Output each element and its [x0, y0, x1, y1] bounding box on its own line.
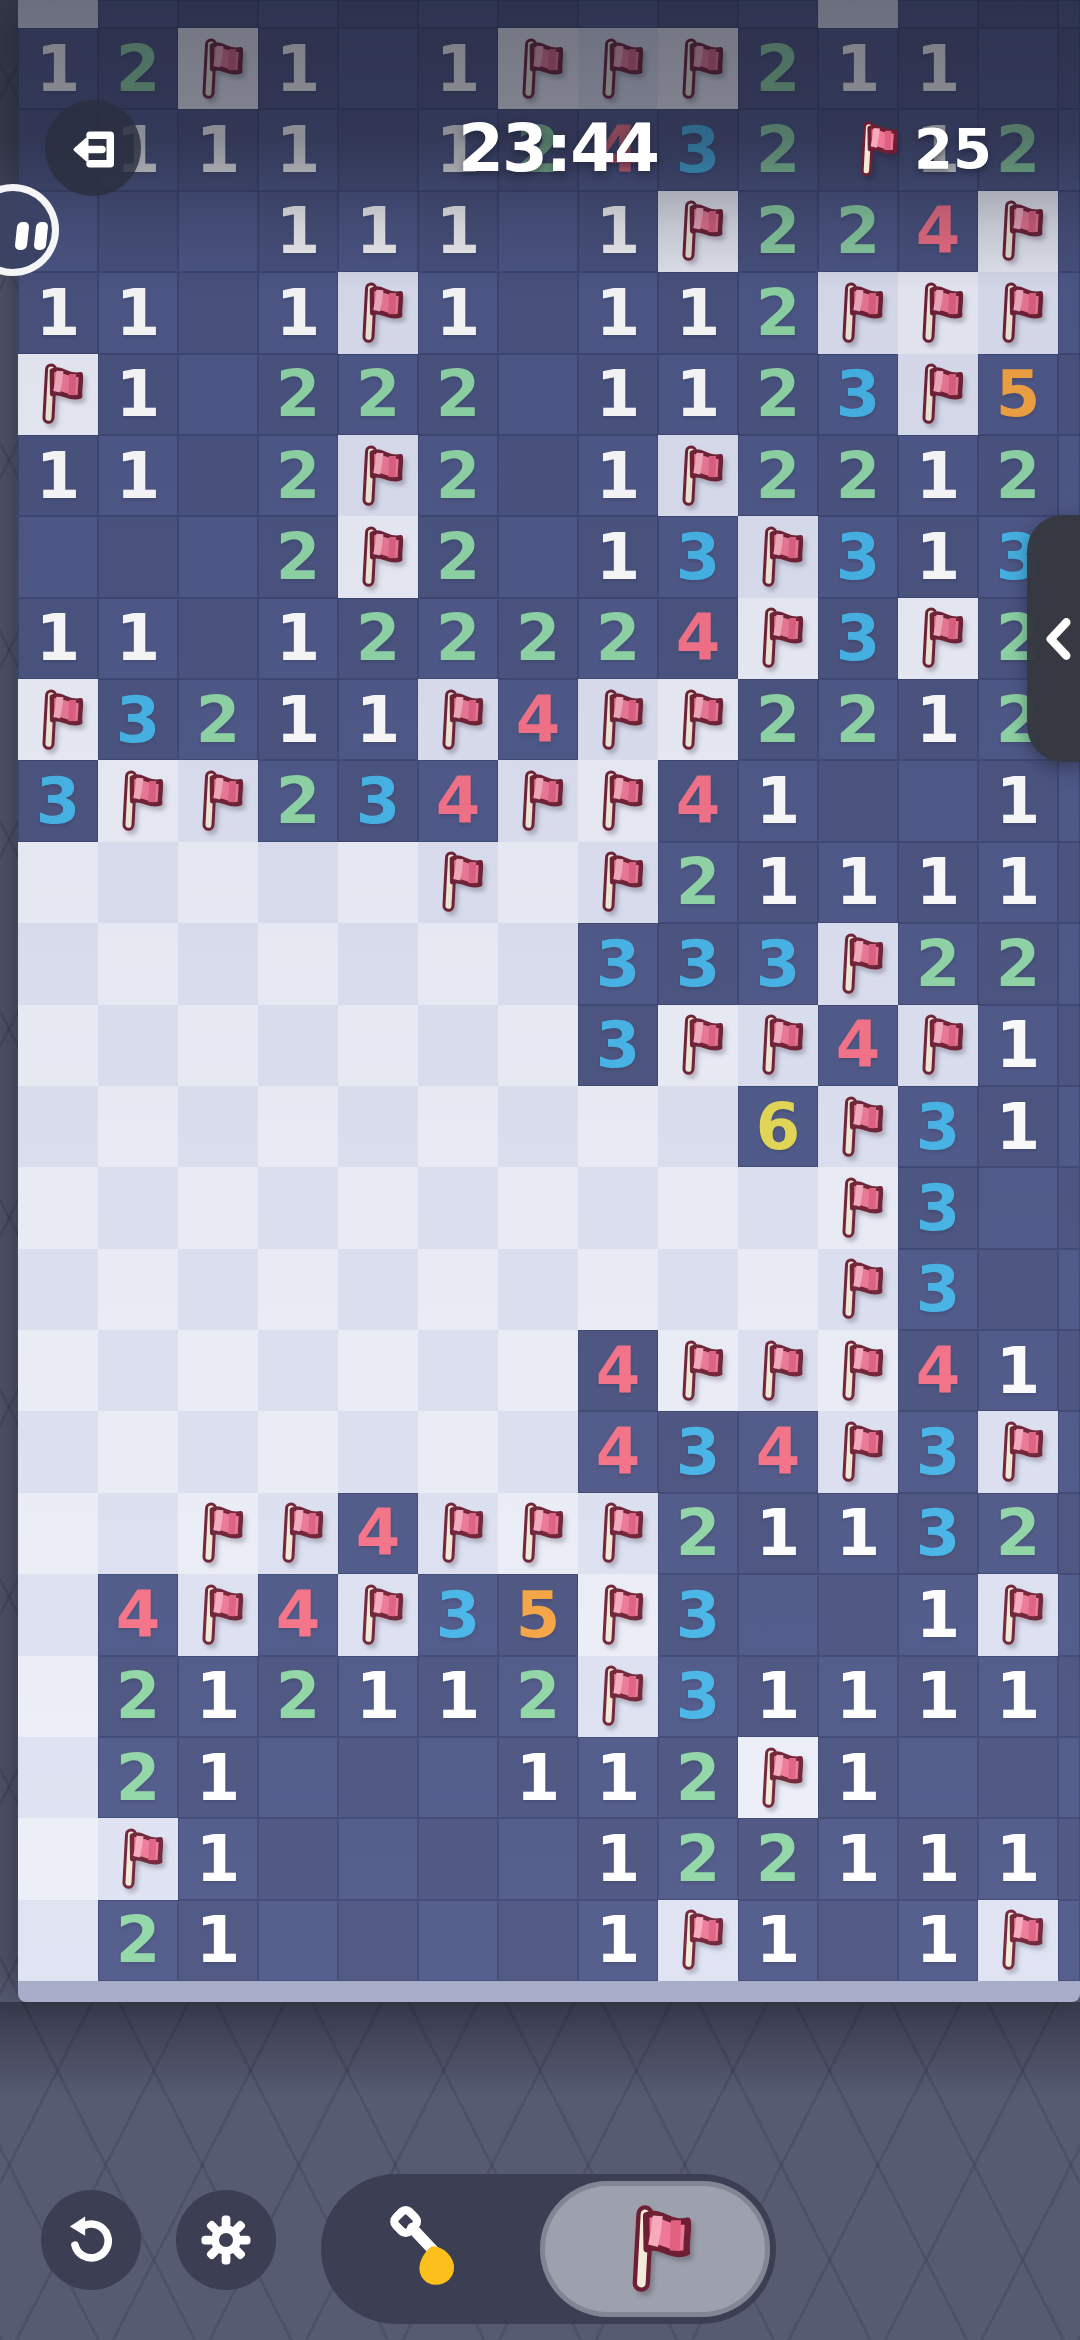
board-cell[interactable]: 3: [578, 923, 658, 1004]
board-cell[interactable]: 1: [898, 516, 978, 597]
board-cell[interactable]: [98, 1167, 178, 1248]
board-cell[interactable]: [178, 1574, 258, 1655]
board-cell[interactable]: 3: [658, 1411, 738, 1492]
board-cell[interactable]: 2: [818, 679, 898, 760]
board-cell[interactable]: [258, 1737, 338, 1818]
board-cell[interactable]: 2: [658, 1818, 738, 1899]
board-cell[interactable]: 3: [578, 1005, 658, 1086]
board-cell[interactable]: [498, 272, 578, 353]
board-cell[interactable]: [1058, 1005, 1080, 1086]
board-cell[interactable]: [338, 1818, 418, 1899]
board-cell[interactable]: [178, 28, 258, 109]
board-cell[interactable]: 1: [818, 1656, 898, 1737]
board-cell[interactable]: [738, 598, 818, 679]
board-cell[interactable]: [178, 272, 258, 353]
board-cell[interactable]: [1058, 1086, 1080, 1167]
board-cell[interactable]: [498, 1493, 578, 1574]
board-cell[interactable]: [338, 109, 418, 190]
board-cell[interactable]: [578, 760, 658, 841]
board-cell[interactable]: [1058, 1249, 1080, 1330]
board-cell[interactable]: [738, 1249, 818, 1330]
board-cell[interactable]: 2: [418, 516, 498, 597]
board-cell[interactable]: [338, 1005, 418, 1086]
board-cell[interactable]: [18, 842, 98, 923]
board-cell[interactable]: 4: [898, 191, 978, 272]
board-cell[interactable]: 1: [898, 0, 978, 28]
board-cell[interactable]: [178, 516, 258, 597]
board-cell[interactable]: [1058, 1411, 1080, 1492]
board-cell[interactable]: [418, 1249, 498, 1330]
board-cell[interactable]: [738, 1330, 818, 1411]
board-cell[interactable]: [578, 679, 658, 760]
board-cell[interactable]: [818, 0, 898, 28]
board-cell[interactable]: 4: [898, 1330, 978, 1411]
board-cell[interactable]: [578, 1574, 658, 1655]
board-cell[interactable]: [178, 760, 258, 841]
board-cell[interactable]: 1: [898, 842, 978, 923]
board-cell[interactable]: [898, 354, 978, 435]
board-cell[interactable]: 2: [978, 435, 1058, 516]
board-cell[interactable]: 2: [738, 1818, 818, 1899]
board-cell[interactable]: 1: [98, 272, 178, 353]
board-cell[interactable]: [818, 1167, 898, 1248]
board-cell[interactable]: 2: [738, 28, 818, 109]
board-cell[interactable]: 3: [898, 1086, 978, 1167]
board-cell[interactable]: [1058, 191, 1080, 272]
board-cell[interactable]: [818, 1249, 898, 1330]
board-cell[interactable]: [498, 1818, 578, 1899]
board-cell[interactable]: 2: [258, 0, 338, 28]
board-cell[interactable]: 1: [898, 435, 978, 516]
board-cell[interactable]: 2: [738, 679, 818, 760]
board-cell[interactable]: 1: [18, 272, 98, 353]
board-cell[interactable]: [18, 1086, 98, 1167]
board-cell[interactable]: 1: [338, 1656, 418, 1737]
board-cell[interactable]: 1: [418, 272, 498, 353]
board-cell[interactable]: 4: [658, 598, 738, 679]
board-cell[interactable]: 1: [178, 1818, 258, 1899]
board-cell[interactable]: [98, 516, 178, 597]
board-cell[interactable]: [418, 1411, 498, 1492]
board-cell[interactable]: [338, 1574, 418, 1655]
board-cell[interactable]: 2: [818, 435, 898, 516]
board-cell[interactable]: [338, 1411, 418, 1492]
board-cell[interactable]: [658, 1005, 738, 1086]
board-cell[interactable]: [338, 1330, 418, 1411]
board-cell[interactable]: [898, 760, 978, 841]
board-cell[interactable]: 3: [658, 923, 738, 1004]
board-cell[interactable]: 1: [658, 354, 738, 435]
board-cell[interactable]: [98, 760, 178, 841]
board-cell[interactable]: [418, 923, 498, 1004]
board-cell[interactable]: 1: [178, 1656, 258, 1737]
board-cell[interactable]: [258, 1411, 338, 1492]
board-cell[interactable]: 1: [818, 28, 898, 109]
board-cell[interactable]: [898, 1737, 978, 1818]
board-cell[interactable]: [338, 435, 418, 516]
board-cell[interactable]: [258, 1818, 338, 1899]
board-cell[interactable]: 1: [578, 1900, 658, 1981]
board-cell[interactable]: [18, 679, 98, 760]
board-cell[interactable]: [98, 1086, 178, 1167]
board-cell[interactable]: 4: [578, 1330, 658, 1411]
board-cell[interactable]: 3: [818, 516, 898, 597]
board-cell[interactable]: 1: [178, 0, 258, 28]
board-cell[interactable]: 2: [978, 1493, 1058, 1574]
board-cell[interactable]: [738, 1737, 818, 1818]
board-cell[interactable]: [498, 923, 578, 1004]
board-cell[interactable]: [818, 760, 898, 841]
board-cell[interactable]: 1: [418, 1656, 498, 1737]
board-cell[interactable]: 1: [978, 1818, 1058, 1899]
board-cell[interactable]: [658, 191, 738, 272]
board-cell[interactable]: [978, 1574, 1058, 1655]
board-cell[interactable]: 2: [738, 191, 818, 272]
board-cell[interactable]: [498, 1411, 578, 1492]
board-cell[interactable]: 3: [658, 516, 738, 597]
board-cell[interactable]: [1058, 0, 1080, 28]
board-cell[interactable]: [1058, 1737, 1080, 1818]
board-cell[interactable]: 1: [738, 760, 818, 841]
board-cell[interactable]: [18, 1656, 98, 1737]
board-cell[interactable]: [1058, 109, 1080, 190]
board-cell[interactable]: [418, 842, 498, 923]
board-cell[interactable]: 2: [418, 0, 498, 28]
board-cell[interactable]: [978, 1411, 1058, 1492]
board-cell[interactable]: 1: [978, 760, 1058, 841]
board-cell[interactable]: 3: [658, 1656, 738, 1737]
board-cell[interactable]: [498, 191, 578, 272]
board-cell[interactable]: [738, 1005, 818, 1086]
board-cell[interactable]: 3: [658, 1574, 738, 1655]
board-cell[interactable]: 5: [498, 1574, 578, 1655]
board-cell[interactable]: [258, 842, 338, 923]
board-cell[interactable]: 2: [658, 1737, 738, 1818]
board-cell[interactable]: 1: [338, 679, 418, 760]
board-cell[interactable]: 4: [658, 760, 738, 841]
board-cell[interactable]: [578, 842, 658, 923]
board-cell[interactable]: 2: [738, 354, 818, 435]
board-cell[interactable]: [498, 435, 578, 516]
board-cell[interactable]: [178, 598, 258, 679]
board-cell[interactable]: 1: [258, 109, 338, 190]
flag-tool-button-selected[interactable]: [540, 2181, 770, 2317]
board-cell[interactable]: 1: [578, 354, 658, 435]
board-cell[interactable]: 3: [98, 679, 178, 760]
board-cell[interactable]: [818, 1086, 898, 1167]
board-cell[interactable]: [18, 1411, 98, 1492]
board-cell[interactable]: 1: [418, 28, 498, 109]
board-cell[interactable]: [1058, 272, 1080, 353]
board-cell[interactable]: 1: [578, 272, 658, 353]
board-cell[interactable]: [1058, 923, 1080, 1004]
board-cell[interactable]: 1: [978, 0, 1058, 28]
board-cell[interactable]: 3: [818, 354, 898, 435]
board-cell[interactable]: 1: [738, 1493, 818, 1574]
board-cell[interactable]: [418, 1086, 498, 1167]
board-cell[interactable]: 2: [338, 598, 418, 679]
board-cell[interactable]: [658, 1086, 738, 1167]
board-cell[interactable]: 2: [418, 354, 498, 435]
board-cell[interactable]: [1058, 1330, 1080, 1411]
board-cell[interactable]: [98, 923, 178, 1004]
board-cell[interactable]: 3: [18, 760, 98, 841]
board-cell[interactable]: [818, 1330, 898, 1411]
board-cell[interactable]: [978, 272, 1058, 353]
board-cell[interactable]: 1: [498, 1737, 578, 1818]
board-cell[interactable]: 2: [738, 109, 818, 190]
board-cell[interactable]: 6: [738, 1086, 818, 1167]
board-cell[interactable]: [178, 842, 258, 923]
board-cell[interactable]: 2: [98, 1900, 178, 1981]
board-cell[interactable]: 1: [978, 1656, 1058, 1737]
board-cell[interactable]: [98, 842, 178, 923]
board-cell[interactable]: [498, 1005, 578, 1086]
board-cell[interactable]: 1: [258, 598, 338, 679]
board-cell[interactable]: 1: [578, 1818, 658, 1899]
board-cell[interactable]: [18, 1167, 98, 1248]
board-cell[interactable]: [418, 1330, 498, 1411]
board-cell[interactable]: 4: [578, 1411, 658, 1492]
board-cell[interactable]: 3: [818, 598, 898, 679]
board-cell[interactable]: 2: [418, 598, 498, 679]
board-cell[interactable]: [578, 1656, 658, 1737]
board-cell[interactable]: [18, 1818, 98, 1899]
board-cell[interactable]: 1: [178, 1900, 258, 1981]
board-cell[interactable]: [418, 1493, 498, 1574]
board-cell[interactable]: [1058, 1818, 1080, 1899]
board-cell[interactable]: [818, 1574, 898, 1655]
minesweeper-board[interactable]: 2121234321112112111111243212111122411111…: [18, 0, 1080, 1981]
board-cell[interactable]: [338, 923, 418, 1004]
board-cell[interactable]: [258, 1249, 338, 1330]
undo-button[interactable]: [41, 2190, 141, 2290]
board-cell[interactable]: [98, 1493, 178, 1574]
board-cell[interactable]: 1: [978, 1330, 1058, 1411]
board-cell[interactable]: [978, 1737, 1058, 1818]
board-cell[interactable]: [338, 1900, 418, 1981]
board-cell[interactable]: [578, 1167, 658, 1248]
board-cell[interactable]: [18, 0, 98, 28]
board-cell[interactable]: [498, 354, 578, 435]
board-cell[interactable]: 1: [978, 842, 1058, 923]
board-cell[interactable]: [498, 28, 578, 109]
board-cell[interactable]: [178, 1167, 258, 1248]
board-cell[interactable]: 2: [98, 28, 178, 109]
board-cell[interactable]: 1: [98, 435, 178, 516]
board-cell[interactable]: [178, 1493, 258, 1574]
board-cell[interactable]: 3: [898, 1493, 978, 1574]
board-cell[interactable]: [498, 1086, 578, 1167]
board-cell[interactable]: 1: [18, 435, 98, 516]
board-cell[interactable]: [418, 1900, 498, 1981]
board-cell[interactable]: 5: [978, 354, 1058, 435]
board-cell[interactable]: [498, 760, 578, 841]
board-cell[interactable]: [1058, 1493, 1080, 1574]
board-cell[interactable]: [338, 28, 418, 109]
board-cell[interactable]: [258, 1900, 338, 1981]
board-cell[interactable]: 2: [738, 435, 818, 516]
board-cell[interactable]: [578, 28, 658, 109]
board-cell[interactable]: 3: [898, 1411, 978, 1492]
board-cell[interactable]: 3: [658, 0, 738, 28]
board-cell[interactable]: 1: [818, 1737, 898, 1818]
side-drawer-handle[interactable]: [1027, 515, 1080, 762]
board-cell[interactable]: 2: [418, 435, 498, 516]
board-cell[interactable]: [18, 1574, 98, 1655]
board-cell[interactable]: [738, 516, 818, 597]
board-cell[interactable]: [98, 1249, 178, 1330]
board-cell[interactable]: 1: [178, 109, 258, 190]
board-cell[interactable]: 1: [738, 842, 818, 923]
board-cell[interactable]: 1: [178, 1737, 258, 1818]
board-cell[interactable]: 1: [258, 679, 338, 760]
board-cell[interactable]: 1: [898, 679, 978, 760]
board-cell[interactable]: [818, 1411, 898, 1492]
board-cell[interactable]: [18, 1493, 98, 1574]
board-cell[interactable]: [818, 272, 898, 353]
board-cell[interactable]: 4: [418, 760, 498, 841]
board-cell[interactable]: 1: [898, 1656, 978, 1737]
board-cell[interactable]: 4: [578, 0, 658, 28]
board-cell[interactable]: 1: [738, 1900, 818, 1981]
board-cell[interactable]: 1: [818, 1818, 898, 1899]
board-cell[interactable]: 2: [658, 1493, 738, 1574]
board-cell[interactable]: [978, 191, 1058, 272]
board-cell[interactable]: [98, 191, 178, 272]
board-cell[interactable]: 2: [978, 923, 1058, 1004]
board-cell[interactable]: [18, 1900, 98, 1981]
board-cell[interactable]: 2: [258, 760, 338, 841]
board-cell[interactable]: [258, 1330, 338, 1411]
board-cell[interactable]: [898, 1005, 978, 1086]
board-cell[interactable]: [658, 1167, 738, 1248]
board-cell[interactable]: [338, 1737, 418, 1818]
board-cell[interactable]: 1: [898, 1574, 978, 1655]
board-cell[interactable]: [1058, 842, 1080, 923]
board-cell[interactable]: 1: [338, 191, 418, 272]
board-cell[interactable]: [978, 28, 1058, 109]
board-cell[interactable]: 2: [338, 354, 418, 435]
board-cell[interactable]: 1: [578, 191, 658, 272]
board-cell[interactable]: [498, 1900, 578, 1981]
board-cell[interactable]: 2: [658, 842, 738, 923]
board-cell[interactable]: [498, 1249, 578, 1330]
board-cell[interactable]: 1: [898, 1900, 978, 1981]
exit-button[interactable]: [45, 100, 141, 196]
board-cell[interactable]: 1: [258, 272, 338, 353]
board-cell[interactable]: 2: [98, 1656, 178, 1737]
board-cell[interactable]: 2: [898, 923, 978, 1004]
board-cell[interactable]: [1058, 354, 1080, 435]
board-cell[interactable]: 1: [338, 0, 418, 28]
board-cell[interactable]: 4: [258, 1574, 338, 1655]
board-cell[interactable]: 1: [818, 1493, 898, 1574]
board-cell[interactable]: [978, 1249, 1058, 1330]
board-cell[interactable]: 2: [178, 679, 258, 760]
board-cell[interactable]: 2: [498, 1656, 578, 1737]
board-cell[interactable]: [818, 1900, 898, 1981]
board-cell[interactable]: [18, 354, 98, 435]
board-cell[interactable]: [338, 842, 418, 923]
board-cell[interactable]: 4: [338, 1493, 418, 1574]
board-cell[interactable]: 3: [418, 1574, 498, 1655]
settings-button[interactable]: [176, 2190, 276, 2290]
board-cell[interactable]: [258, 1086, 338, 1167]
board-cell[interactable]: [658, 435, 738, 516]
board-cell[interactable]: 1: [18, 28, 98, 109]
board-cell[interactable]: [978, 1167, 1058, 1248]
board-cell[interactable]: 4: [818, 1005, 898, 1086]
board-cell[interactable]: 2: [258, 354, 338, 435]
board-cell[interactable]: [498, 1330, 578, 1411]
board-cell[interactable]: 2: [738, 272, 818, 353]
board-cell[interactable]: [418, 1737, 498, 1818]
board-cell[interactable]: 1: [818, 842, 898, 923]
board-cell[interactable]: [578, 1249, 658, 1330]
board-cell[interactable]: 2: [98, 0, 178, 28]
board-cell[interactable]: [178, 1005, 258, 1086]
board-cell[interactable]: 2: [258, 1656, 338, 1737]
board-cell[interactable]: 3: [338, 760, 418, 841]
board-cell[interactable]: 3: [898, 1249, 978, 1330]
board-cell[interactable]: 3: [498, 0, 578, 28]
board-cell[interactable]: 1: [658, 272, 738, 353]
board-cell[interactable]: [98, 1005, 178, 1086]
board-cell[interactable]: [338, 1086, 418, 1167]
board-cell[interactable]: [98, 1330, 178, 1411]
board-cell[interactable]: [418, 679, 498, 760]
board-cell[interactable]: [658, 1900, 738, 1981]
board-cell[interactable]: [1058, 760, 1080, 841]
board-cell[interactable]: 4: [498, 679, 578, 760]
board-cell[interactable]: 2: [818, 191, 898, 272]
board-cell[interactable]: [258, 1005, 338, 1086]
board-cell[interactable]: [818, 923, 898, 1004]
board-cell[interactable]: [418, 1167, 498, 1248]
board-cell[interactable]: 3: [738, 923, 818, 1004]
board-cell[interactable]: [338, 272, 418, 353]
board-cell[interactable]: [1058, 1900, 1080, 1981]
board-cell[interactable]: [178, 1330, 258, 1411]
board-cell[interactable]: [178, 1249, 258, 1330]
board-cell[interactable]: 4: [98, 1574, 178, 1655]
board-cell[interactable]: [18, 1737, 98, 1818]
board-cell[interactable]: [738, 1167, 818, 1248]
board-cell[interactable]: [1058, 435, 1080, 516]
board-cell[interactable]: [418, 1818, 498, 1899]
board-cell[interactable]: 2: [258, 435, 338, 516]
board-cell[interactable]: 3: [898, 1167, 978, 1248]
board-cell[interactable]: [898, 598, 978, 679]
board-cell[interactable]: [338, 1167, 418, 1248]
board-cell[interactable]: [178, 354, 258, 435]
board-cell[interactable]: 1: [258, 191, 338, 272]
board-cell[interactable]: [18, 516, 98, 597]
board-cell[interactable]: 1: [258, 28, 338, 109]
board-cell[interactable]: [1058, 1167, 1080, 1248]
board-cell[interactable]: 1: [98, 354, 178, 435]
board-cell[interactable]: [338, 1249, 418, 1330]
board-cell[interactable]: [178, 435, 258, 516]
board-cell[interactable]: 2: [738, 0, 818, 28]
board-cell[interactable]: [498, 516, 578, 597]
board-cell[interactable]: 1: [578, 435, 658, 516]
shovel-tool-button[interactable]: [384, 2204, 474, 2294]
board-cell[interactable]: [98, 1411, 178, 1492]
board-cell[interactable]: 1: [18, 598, 98, 679]
board-cell[interactable]: [658, 1249, 738, 1330]
